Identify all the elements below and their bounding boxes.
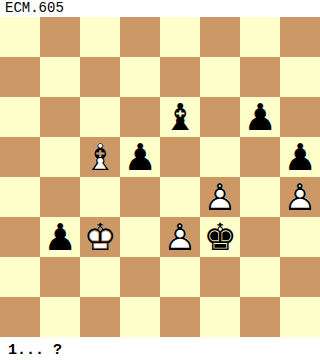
square-f4[interactable]: ♟♙ [200,177,240,217]
black-pawn-piece: ♟ [40,217,80,257]
square-g8[interactable] [240,17,280,57]
square-e5[interactable] [160,137,200,177]
square-b1[interactable] [40,297,80,337]
move-prompt: 1... ? [0,337,320,359]
square-c1[interactable] [80,297,120,337]
square-d6[interactable] [120,97,160,137]
square-f7[interactable] [200,57,240,97]
square-a3[interactable] [0,217,40,257]
white-king-piece: ♔ [80,217,120,257]
square-c5[interactable]: ♝♗ [80,137,120,177]
puzzle-title: ECM.605 [0,0,320,17]
square-a8[interactable] [0,17,40,57]
black-bishop-piece: ♝ [160,97,200,137]
square-g7[interactable] [240,57,280,97]
white-king-piece-fill: ♚ [80,217,120,257]
chess-board: ♝♟♝♗♟♟♟♙♟♙♟♚♔♟♙♚ [0,17,320,337]
white-bishop-piece-fill: ♝ [80,137,120,177]
white-pawn-piece: ♙ [200,177,240,217]
square-c2[interactable] [80,257,120,297]
black-pawn-piece: ♟ [240,97,280,137]
square-a5[interactable] [0,137,40,177]
square-e4[interactable] [160,177,200,217]
black-king-piece: ♚ [200,217,240,257]
black-pawn-piece: ♟ [280,137,320,177]
square-f1[interactable] [200,297,240,337]
square-a2[interactable] [0,257,40,297]
square-e7[interactable] [160,57,200,97]
square-b7[interactable] [40,57,80,97]
square-b6[interactable] [40,97,80,137]
square-g4[interactable] [240,177,280,217]
square-f2[interactable] [200,257,240,297]
square-b8[interactable] [40,17,80,57]
square-c3[interactable]: ♚♔ [80,217,120,257]
square-g1[interactable] [240,297,280,337]
square-h2[interactable] [280,257,320,297]
white-pawn-piece: ♙ [280,177,320,217]
square-h1[interactable] [280,297,320,337]
square-a4[interactable] [0,177,40,217]
square-a1[interactable] [0,297,40,337]
square-h4[interactable]: ♟♙ [280,177,320,217]
square-h3[interactable] [280,217,320,257]
chess-diagram-page: ECM.605 ♝♟♝♗♟♟♟♙♟♙♟♚♔♟♙♚ 1... ? [0,0,320,360]
square-d5[interactable]: ♟ [120,137,160,177]
square-f5[interactable] [200,137,240,177]
square-d7[interactable] [120,57,160,97]
square-c6[interactable] [80,97,120,137]
square-c4[interactable] [80,177,120,217]
square-b3[interactable]: ♟ [40,217,80,257]
square-g6[interactable]: ♟ [240,97,280,137]
square-e3[interactable]: ♟♙ [160,217,200,257]
white-pawn-piece-fill: ♟ [160,217,200,257]
square-e1[interactable] [160,297,200,337]
square-f3[interactable]: ♚ [200,217,240,257]
white-pawn-piece: ♙ [160,217,200,257]
square-b5[interactable] [40,137,80,177]
square-c8[interactable] [80,17,120,57]
square-a6[interactable] [0,97,40,137]
square-h5[interactable]: ♟ [280,137,320,177]
square-c7[interactable] [80,57,120,97]
square-b4[interactable] [40,177,80,217]
square-h8[interactable] [280,17,320,57]
square-a7[interactable] [0,57,40,97]
square-e2[interactable] [160,257,200,297]
square-h6[interactable] [280,97,320,137]
black-pawn-piece: ♟ [120,137,160,177]
square-d3[interactable] [120,217,160,257]
square-e6[interactable]: ♝ [160,97,200,137]
square-b2[interactable] [40,257,80,297]
square-g2[interactable] [240,257,280,297]
white-pawn-piece-fill: ♟ [280,177,320,217]
square-d4[interactable] [120,177,160,217]
square-f8[interactable] [200,17,240,57]
square-e8[interactable] [160,17,200,57]
white-bishop-piece: ♗ [80,137,120,177]
square-g3[interactable] [240,217,280,257]
square-d8[interactable] [120,17,160,57]
square-d2[interactable] [120,257,160,297]
square-g5[interactable] [240,137,280,177]
square-h7[interactable] [280,57,320,97]
square-d1[interactable] [120,297,160,337]
white-pawn-piece-fill: ♟ [200,177,240,217]
square-f6[interactable] [200,97,240,137]
